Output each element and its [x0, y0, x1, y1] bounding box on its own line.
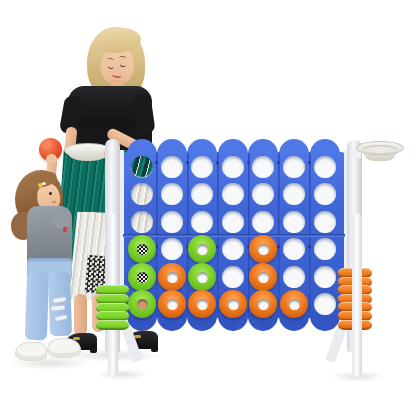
- basketball-hoop-dish-inner: [363, 145, 397, 153]
- product-photo-stage: [0, 0, 416, 416]
- right-front-pole: [352, 213, 362, 377]
- frame: [0, 0, 416, 416]
